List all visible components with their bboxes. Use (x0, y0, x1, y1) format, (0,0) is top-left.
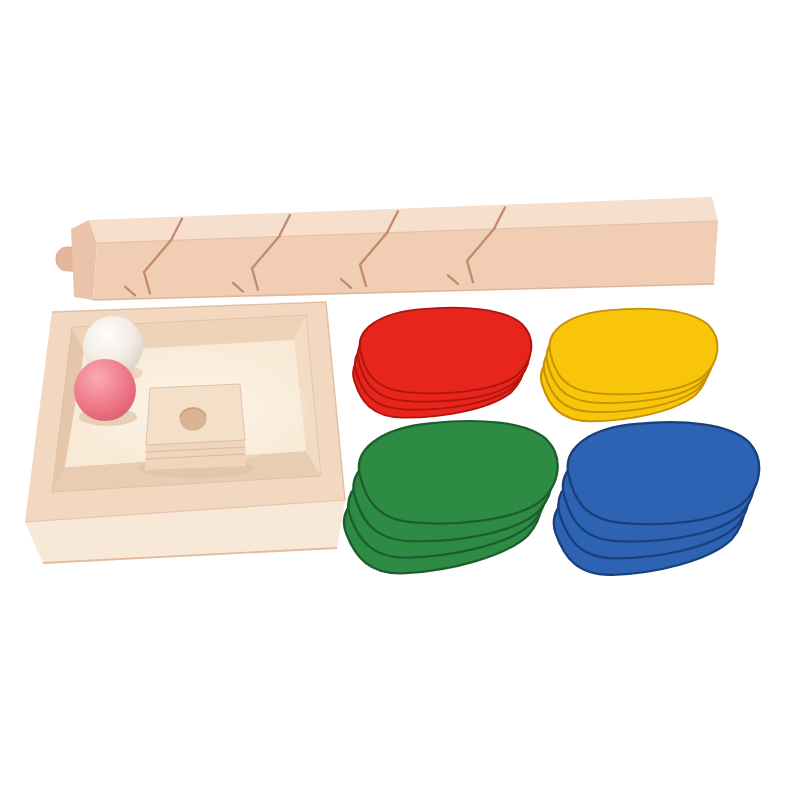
base-block (138, 384, 254, 478)
pink-ball (74, 359, 136, 421)
trunk-left-end-face (71, 220, 97, 300)
yellow-leaf-1 (548, 306, 719, 397)
product-photo-canvas (0, 0, 800, 800)
box-tray (25, 302, 345, 563)
scene-photo (0, 0, 800, 800)
blue-leaf-1 (566, 419, 761, 527)
